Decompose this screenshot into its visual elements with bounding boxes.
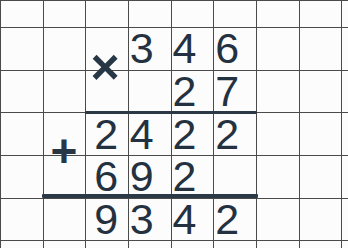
cell-r6c8 (341, 240, 348, 248)
cell-r1c7 (299, 27, 342, 70)
cell-r0c0 (0, 0, 43, 27)
cell-r0c2 (85, 0, 128, 27)
cell-r6c6 (256, 240, 299, 248)
cell-r4c8 (341, 155, 348, 198)
cell-r3c8 (341, 112, 348, 155)
cell-r5c0 (0, 198, 43, 241)
cell-r0c8 (341, 0, 348, 27)
digit: 2 (94, 113, 118, 156)
cell-r0c1 (43, 0, 86, 27)
digit: 4 (172, 198, 196, 241)
cell-r1c6 (256, 27, 299, 70)
cell-r0c4 (171, 0, 214, 27)
digit: 9 (94, 198, 118, 241)
multiplication-rule-line (85, 111, 257, 115)
cell-r3c7 (299, 112, 342, 155)
cell-r3c5: 2 (213, 112, 256, 155)
digit: 2 (215, 113, 239, 156)
cell-r3c6 (256, 112, 299, 155)
digit: 7 (215, 70, 239, 113)
cell-r5c2: 9 (85, 198, 128, 241)
cell-r4c0 (0, 155, 43, 198)
cell-r2c4: 2 (171, 70, 214, 113)
cell-r6c0 (0, 240, 43, 248)
cell-r2c7 (299, 70, 342, 113)
cell-r5c5: 2 (213, 198, 256, 241)
cell-r5c6 (256, 198, 299, 241)
digit: 2 (215, 198, 239, 241)
digit: 2 (172, 155, 196, 198)
cell-r0c3 (128, 0, 171, 27)
cell-r4c2: 6 (85, 155, 128, 198)
cell-r2c0 (0, 70, 43, 113)
cell-r4c3: 9 (128, 155, 171, 198)
cell-r3c4: 2 (171, 112, 214, 155)
cell-r6c1 (43, 240, 86, 248)
digit: 2 (172, 113, 196, 156)
cell-r2c1 (43, 70, 86, 113)
cell-r3c2: 2 (85, 112, 128, 155)
digit: 9 (130, 155, 154, 198)
digit: 2 (172, 70, 196, 113)
cell-r2c8 (341, 70, 348, 113)
cell-r2c6 (256, 70, 299, 113)
cell-r1c3: 3 (128, 27, 171, 70)
addition-rule-line (42, 194, 259, 198)
cell-r4c5 (213, 155, 256, 198)
digit: 3 (130, 27, 154, 70)
cell-r5c3: 3 (128, 198, 171, 241)
cell-r0c7 (299, 0, 342, 27)
cell-r1c1 (43, 27, 86, 70)
cell-r4c7 (299, 155, 342, 198)
cell-r5c1 (43, 198, 86, 241)
cell-r4c4: 2 (171, 155, 214, 198)
plus-sign: + (51, 128, 78, 174)
digit: 6 (94, 155, 118, 198)
cell-r3c3: 4 (128, 112, 171, 155)
cell-r5c4: 4 (171, 198, 214, 241)
cell-r1c4: 4 (171, 27, 214, 70)
cell-r0c6 (256, 0, 299, 27)
cell-r4c6 (256, 155, 299, 198)
cell-r1c0 (0, 27, 43, 70)
cell-r3c0 (0, 112, 43, 155)
grid-paper: 3 4 6 2 7 2 4 2 2 6 9 2 (0, 0, 348, 248)
digit: 3 (130, 198, 154, 241)
cell-r2c5: 7 (213, 70, 256, 113)
multiply-sign: × (90, 42, 119, 92)
cell-r2c3 (128, 70, 171, 113)
cell-r0c5 (213, 0, 256, 27)
cell-r5c8 (341, 198, 348, 241)
digit: 4 (172, 27, 196, 70)
cell-r1c5: 6 (213, 27, 256, 70)
long-multiplication-board: 3 4 6 2 7 2 4 2 2 6 9 2 (0, 0, 348, 248)
cell-r5c7 (299, 198, 342, 241)
digit: 6 (215, 27, 239, 70)
digit: 4 (130, 113, 154, 156)
cell-r6c7 (299, 240, 342, 248)
cell-r1c8 (341, 27, 348, 70)
